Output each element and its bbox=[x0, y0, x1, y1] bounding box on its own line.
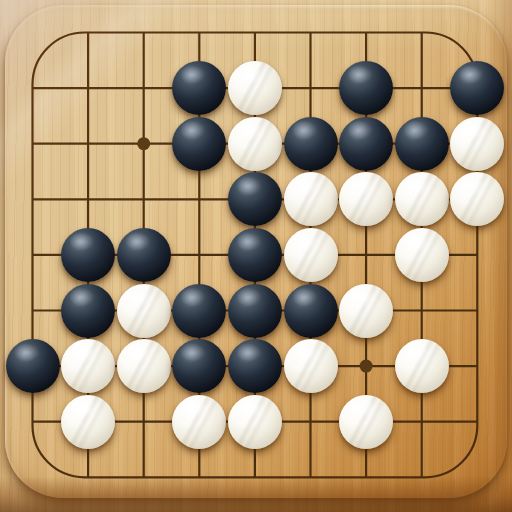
black-stone bbox=[61, 284, 115, 338]
black-stone bbox=[339, 117, 393, 171]
black-stone bbox=[228, 172, 282, 226]
black-stone bbox=[172, 117, 226, 171]
black-stone bbox=[450, 61, 504, 115]
white-stone bbox=[117, 284, 171, 338]
white-stone bbox=[284, 339, 338, 393]
white-stone bbox=[228, 61, 282, 115]
white-stone bbox=[228, 395, 282, 449]
black-stone bbox=[172, 61, 226, 115]
black-stone bbox=[284, 284, 338, 338]
white-stone bbox=[284, 228, 338, 282]
black-stone bbox=[284, 117, 338, 171]
white-stone bbox=[61, 339, 115, 393]
white-stone bbox=[339, 172, 393, 226]
go-app-icon[interactable] bbox=[0, 0, 512, 512]
stones-layer bbox=[0, 0, 512, 512]
black-stone bbox=[395, 117, 449, 171]
black-stone bbox=[172, 284, 226, 338]
white-stone bbox=[117, 339, 171, 393]
black-stone bbox=[117, 228, 171, 282]
white-stone bbox=[450, 117, 504, 171]
white-stone bbox=[339, 284, 393, 338]
white-stone bbox=[395, 172, 449, 226]
black-stone bbox=[6, 339, 60, 393]
white-stone bbox=[172, 395, 226, 449]
black-stone bbox=[228, 339, 282, 393]
white-stone bbox=[284, 172, 338, 226]
black-stone bbox=[61, 228, 115, 282]
black-stone bbox=[228, 228, 282, 282]
white-stone bbox=[395, 228, 449, 282]
black-stone bbox=[228, 284, 282, 338]
white-stone bbox=[395, 339, 449, 393]
white-stone bbox=[450, 172, 504, 226]
black-stone bbox=[172, 339, 226, 393]
white-stone bbox=[61, 395, 115, 449]
white-stone bbox=[228, 117, 282, 171]
white-stone bbox=[339, 395, 393, 449]
black-stone bbox=[339, 61, 393, 115]
